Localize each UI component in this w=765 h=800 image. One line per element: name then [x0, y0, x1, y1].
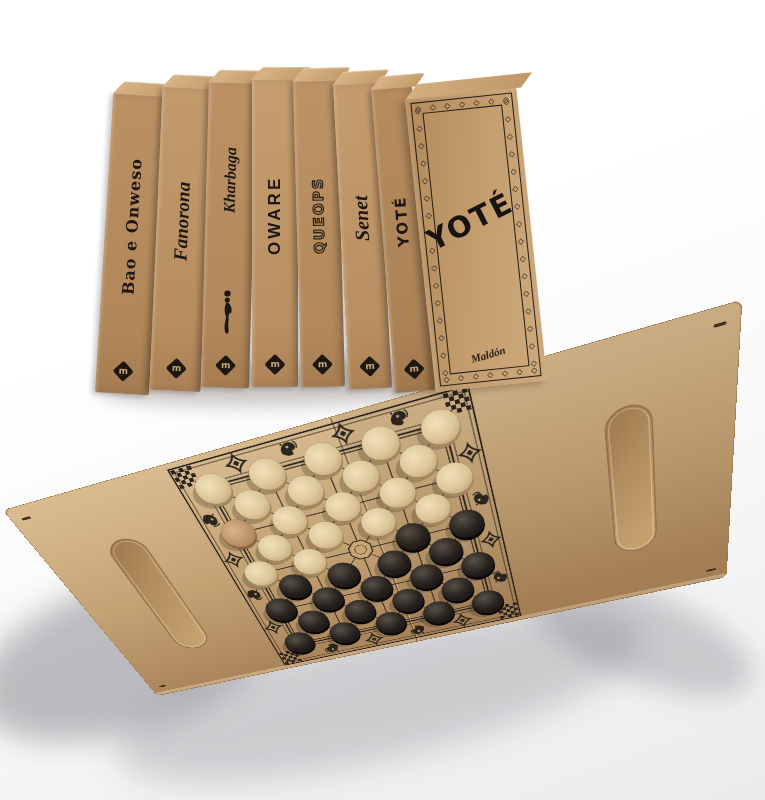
game-box-spine-kharbaga: Kharbaga m	[201, 81, 257, 388]
brand-logo-diamond: m	[264, 354, 285, 375]
brand-logo-letter: m	[270, 360, 279, 369]
brand-logo-diamond: m	[312, 354, 333, 375]
brand-logo-letter: m	[409, 364, 419, 374]
brand-logo-letter: m	[364, 362, 374, 371]
brand-logo-letter: m	[118, 366, 128, 376]
brand-logo-letter: m	[318, 360, 328, 369]
spine-title: OWARE	[252, 89, 298, 341]
brand-logo-diamond: m	[403, 359, 424, 380]
brand-logo-letter: m	[221, 361, 231, 370]
product-photo-scene: Bao e Onweso m Fanorona m Kharbaga m OWA…	[0, 0, 765, 800]
brand-logo-letter: m	[171, 364, 181, 373]
brand-logo-diamond: m	[113, 361, 134, 382]
brand-logo-diamond: m	[215, 355, 236, 376]
brand-logo-diamond: m	[165, 358, 186, 379]
box-top-face	[406, 72, 532, 99]
game-box-spine-oware: OWARE m	[252, 79, 298, 387]
woman-with-jar-silhouette-icon	[218, 290, 235, 336]
brand-logo-diamond: m	[359, 356, 380, 377]
spine-title: Kharbaga	[204, 91, 257, 268]
